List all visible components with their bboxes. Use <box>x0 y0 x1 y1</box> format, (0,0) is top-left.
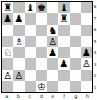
piece-black-rook: ♜ <box>3 2 12 13</box>
piece-black-pawn: ♟ <box>48 47 57 58</box>
piece-black-pawn: ♟ <box>82 47 91 58</box>
rank-label-2: 2 <box>93 70 97 82</box>
square-b4[interactable] <box>13 47 24 58</box>
file-label-d: d <box>36 93 48 100</box>
square-d5[interactable] <box>36 36 47 47</box>
square-h6[interactable] <box>81 25 92 36</box>
piece-white-pawn: ♙ <box>14 70 23 81</box>
square-f5[interactable] <box>58 36 69 47</box>
square-e3[interactable] <box>47 58 58 69</box>
square-d7[interactable] <box>36 13 47 24</box>
square-h2[interactable] <box>81 70 92 81</box>
square-d8[interactable]: ♚ <box>36 2 47 13</box>
square-g6[interactable] <box>70 25 81 36</box>
square-a2[interactable]: ♙ <box>2 70 13 81</box>
piece-black-king: ♚ <box>37 2 46 13</box>
square-c1[interactable] <box>25 81 36 92</box>
square-e6[interactable]: ♞ <box>47 25 58 36</box>
square-f4[interactable] <box>58 47 69 58</box>
square-e1[interactable] <box>47 81 58 92</box>
rank-label-7: 7 <box>93 13 97 25</box>
piece-white-pawn: ♙ <box>82 58 91 69</box>
square-c2[interactable] <box>25 70 36 81</box>
square-e8[interactable] <box>47 2 58 13</box>
square-a8[interactable]: ♜ <box>2 2 13 13</box>
square-a7[interactable]: ♟ <box>2 13 13 24</box>
rank-label-3: 3 <box>93 59 97 71</box>
file-label-f: f <box>59 93 71 100</box>
piece-white-king: ♔ <box>37 81 46 92</box>
square-b7[interactable]: ♟ <box>13 13 24 24</box>
square-f2[interactable] <box>58 70 69 81</box>
rank-label-4: 4 <box>93 47 97 59</box>
square-a1[interactable] <box>2 81 13 92</box>
file-label-c: c <box>24 93 36 100</box>
file-labels: abcdefgh <box>1 93 93 100</box>
square-d6[interactable] <box>36 25 47 36</box>
square-f3[interactable]: ♟ <box>58 58 69 69</box>
square-h8[interactable] <box>81 2 92 13</box>
file-label-b: b <box>13 93 25 100</box>
square-h7[interactable] <box>81 13 92 24</box>
square-e5[interactable]: ♙ <box>47 36 58 47</box>
square-h1[interactable] <box>81 81 92 92</box>
square-a5[interactable] <box>2 36 13 47</box>
piece-black-knight: ♞ <box>48 25 57 36</box>
square-a4[interactable]: ♘ <box>2 47 13 58</box>
piece-black-pawn: ♟ <box>59 58 68 69</box>
square-g3[interactable] <box>70 58 81 69</box>
square-c7[interactable] <box>25 13 36 24</box>
piece-black-bishop: ♝ <box>59 2 68 13</box>
square-g2[interactable] <box>70 70 81 81</box>
rank-labels: 87654321 <box>93 1 97 93</box>
square-c5[interactable] <box>25 36 36 47</box>
piece-white-pawn: ♙ <box>48 36 57 47</box>
square-h3[interactable]: ♙ <box>81 58 92 69</box>
rank-label-1: 1 <box>93 82 97 94</box>
square-e7[interactable] <box>47 13 58 24</box>
file-label-a: a <box>1 93 13 100</box>
piece-black-pawn: ♟ <box>14 13 23 24</box>
square-a6[interactable] <box>2 25 13 36</box>
square-c6[interactable] <box>25 25 36 36</box>
rank-label-8: 8 <box>93 1 97 13</box>
piece-black-pawn: ♟ <box>3 13 12 24</box>
square-b6[interactable] <box>13 25 24 36</box>
file-label-h: h <box>82 93 94 100</box>
piece-white-knight: ♘ <box>3 47 12 58</box>
file-label-g: g <box>70 93 82 100</box>
square-f8[interactable]: ♝ <box>58 2 69 13</box>
square-g5[interactable] <box>70 36 81 47</box>
square-b2[interactable]: ♙ <box>13 70 24 81</box>
square-e2[interactable] <box>47 70 58 81</box>
square-d2[interactable] <box>36 70 47 81</box>
square-a3[interactable] <box>2 58 13 69</box>
square-f7[interactable]: ♜ <box>58 13 69 24</box>
chess-board: ♜♝♚♝♟♟♜♞♗♙♘♟♟♟♙♙♙♔ <box>1 1 93 93</box>
chess-diagram: ♜♝♚♝♟♟♜♞♗♙♘♟♟♟♙♙♙♔ abcdefgh 87654321 <box>0 0 97 100</box>
rank-label-6: 6 <box>93 24 97 36</box>
piece-black-bishop: ♝ <box>26 2 35 13</box>
square-g4[interactable] <box>70 47 81 58</box>
piece-white-bishop: ♗ <box>14 36 23 47</box>
piece-white-pawn: ♙ <box>3 70 12 81</box>
square-d1[interactable]: ♔ <box>36 81 47 92</box>
file-label-e: e <box>47 93 59 100</box>
square-g8[interactable] <box>70 2 81 13</box>
square-d4[interactable] <box>36 47 47 58</box>
rank-label-5: 5 <box>93 36 97 48</box>
square-f6[interactable] <box>58 25 69 36</box>
square-c8[interactable]: ♝ <box>25 2 36 13</box>
square-g1[interactable] <box>70 81 81 92</box>
square-b5[interactable]: ♗ <box>13 36 24 47</box>
square-h5[interactable] <box>81 36 92 47</box>
square-b8[interactable] <box>13 2 24 13</box>
square-d3[interactable] <box>36 58 47 69</box>
square-c4[interactable] <box>25 47 36 58</box>
square-c3[interactable] <box>25 58 36 69</box>
square-b1[interactable] <box>13 81 24 92</box>
square-h4[interactable]: ♟ <box>81 47 92 58</box>
square-e4[interactable]: ♟ <box>47 47 58 58</box>
piece-black-rook: ♜ <box>59 13 68 24</box>
square-b3[interactable] <box>13 58 24 69</box>
square-g7[interactable] <box>70 13 81 24</box>
square-f1[interactable] <box>58 81 69 92</box>
